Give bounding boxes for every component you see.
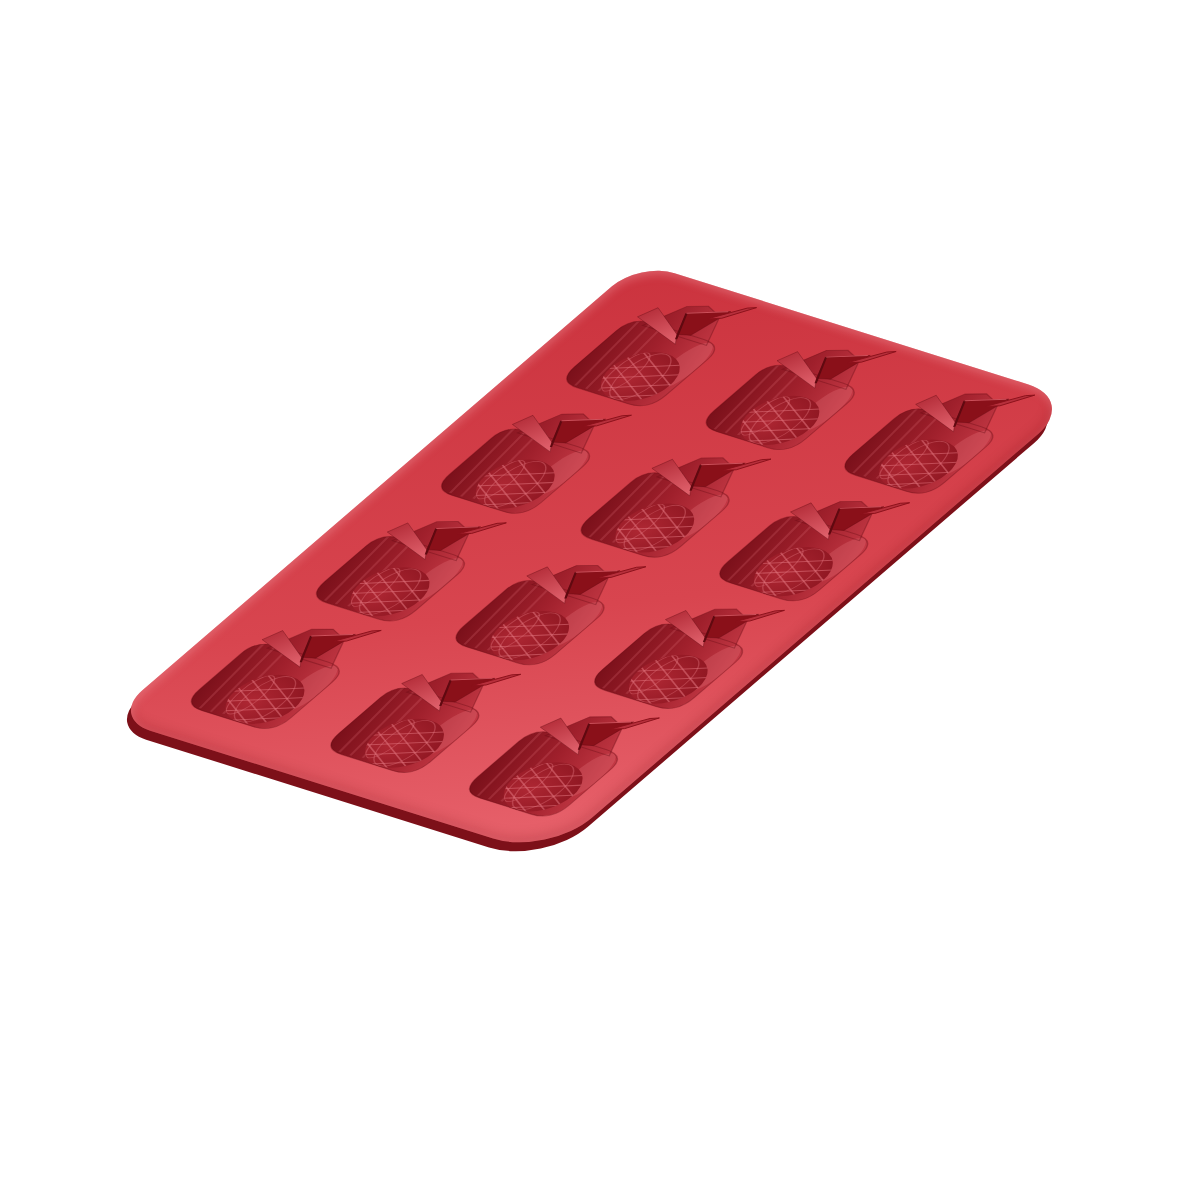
product-photo xyxy=(0,0,1180,1180)
